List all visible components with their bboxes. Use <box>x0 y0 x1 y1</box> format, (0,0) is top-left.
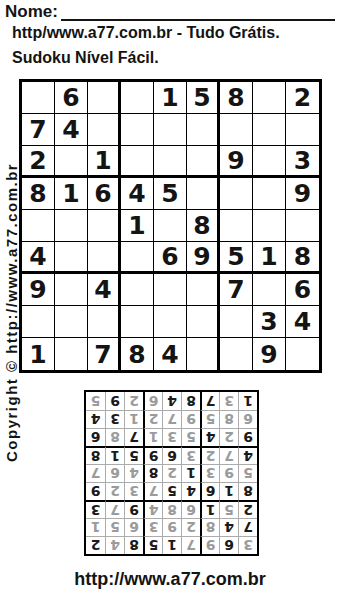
cell-r4c7[interactable] <box>220 178 253 210</box>
solution-cell-r7c3: 4 <box>200 428 219 446</box>
cell-r1c1[interactable] <box>22 82 55 114</box>
solution-cell-r8c7: 1 <box>124 410 143 428</box>
cell-r7c6[interactable] <box>187 274 220 306</box>
solution-cell-r5c2: 9 <box>219 464 238 482</box>
solution-cell-r5c8: 6 <box>105 464 124 482</box>
solution-cell-r6c8: 1 <box>105 446 124 464</box>
solution-cell-r4c9: 9 <box>86 482 105 500</box>
solution-cell-r7c5: 3 <box>162 428 181 446</box>
cell-r1c3[interactable] <box>88 82 121 114</box>
solution-cell-r7c6: 1 <box>143 428 162 446</box>
cell-r4c8[interactable] <box>253 178 286 210</box>
solution-cell-r3c7: 9 <box>124 500 143 518</box>
solution-cell-r5c9: 7 <box>86 464 105 482</box>
cell-r5c6[interactable]: 8 <box>187 210 220 242</box>
solution-cell-r8c9: 4 <box>86 410 105 428</box>
main-sudoku-grid: 615827421938164591846951894763417849 <box>19 79 322 373</box>
solution-cell-r7c2: 2 <box>219 428 238 446</box>
solution-cell-r3c2: 5 <box>219 500 238 518</box>
cell-r6c1[interactable]: 4 <box>22 242 55 274</box>
cell-r9c7[interactable] <box>220 338 253 370</box>
cell-r7c2[interactable] <box>55 274 88 306</box>
cell-r4c6[interactable] <box>187 178 220 210</box>
cell-r7c4[interactable] <box>121 274 154 306</box>
solution-cell-r5c6: 8 <box>143 464 162 482</box>
cell-r6c8[interactable]: 1 <box>253 242 286 274</box>
cell-r6c2[interactable] <box>55 242 88 274</box>
solution-cell-r9c5: 4 <box>162 392 181 410</box>
cell-r6c3[interactable] <box>88 242 121 274</box>
footer-url: http://www.a77.com.br <box>0 569 340 590</box>
solution-cell-r9c2: 3 <box>219 392 238 410</box>
solution-cell-r5c1: 5 <box>238 464 257 482</box>
solution-cell-r9c1: 1 <box>238 392 257 410</box>
cell-r5c2[interactable] <box>55 210 88 242</box>
cell-r1c4[interactable] <box>121 82 154 114</box>
cell-r4c2[interactable]: 1 <box>55 178 88 210</box>
cell-r9c4[interactable]: 8 <box>121 338 154 370</box>
cell-r4c9[interactable]: 9 <box>286 178 319 210</box>
solution-cell-r2c9: 1 <box>86 518 105 536</box>
cell-r5c4[interactable]: 1 <box>121 210 154 242</box>
solution-cell-r4c4: 4 <box>181 482 200 500</box>
cell-r9c2[interactable] <box>55 338 88 370</box>
solution-cell-r7c7: 7 <box>124 428 143 446</box>
solution-cell-r6c9: 8 <box>86 446 105 464</box>
name-label: Nome: <box>5 2 58 22</box>
solution-cell-r4c2: 1 <box>219 482 238 500</box>
solution-cell-r3c4: 6 <box>181 500 200 518</box>
cell-r8c7[interactable] <box>220 306 253 338</box>
solution-cell-r4c8: 2 <box>105 482 124 500</box>
solution-cell-r5c4: 1 <box>181 464 200 482</box>
cell-r4c3[interactable]: 6 <box>88 178 121 210</box>
solution-cell-r9c9: 5 <box>86 392 105 410</box>
cell-r8c1[interactable] <box>22 306 55 338</box>
cell-r3c4[interactable] <box>121 146 154 178</box>
solution-cell-r6c4: 3 <box>181 446 200 464</box>
cell-r2c8[interactable] <box>253 114 286 146</box>
cell-r8c9[interactable]: 4 <box>286 306 319 338</box>
solution-cell-r3c5: 8 <box>162 500 181 518</box>
solution-cell-r4c5: 5 <box>162 482 181 500</box>
solution-cell-r6c6: 9 <box>143 446 162 464</box>
solution-cell-r5c7: 4 <box>124 464 143 482</box>
cell-r9c5[interactable]: 4 <box>154 338 187 370</box>
cell-r1c9[interactable]: 2 <box>286 82 319 114</box>
site-header-text: http/www.a77.com.br - Tudo Grátis. <box>12 24 280 42</box>
solution-cell-r2c7: 6 <box>124 518 143 536</box>
cell-r6c9[interactable]: 8 <box>286 242 319 274</box>
solution-cell-r4c6: 7 <box>143 482 162 500</box>
cell-r8c4[interactable] <box>121 306 154 338</box>
solution-cell-r9c4: 8 <box>181 392 200 410</box>
name-blank-line <box>61 19 335 21</box>
solution-cell-r1c4: 7 <box>181 536 200 554</box>
cell-r2c5[interactable] <box>154 114 187 146</box>
cell-r1c5[interactable]: 1 <box>154 82 187 114</box>
solution-cell-r4c3: 6 <box>200 482 219 500</box>
cell-r3c6[interactable] <box>187 146 220 178</box>
cell-r7c3[interactable]: 4 <box>88 274 121 306</box>
solution-cell-r2c1: 7 <box>238 518 257 536</box>
page-title: Sudoku Nível Fácil. <box>12 49 159 67</box>
solution-cell-r8c5: 7 <box>162 410 181 428</box>
cell-r9c6[interactable] <box>187 338 220 370</box>
cell-r3c9[interactable]: 3 <box>286 146 319 178</box>
solution-cell-r9c8: 9 <box>105 392 124 410</box>
solution-cell-r5c3: 3 <box>200 464 219 482</box>
solution-cell-r3c9: 3 <box>86 500 105 518</box>
cell-r2c3[interactable] <box>88 114 121 146</box>
solution-cell-r9c7: 2 <box>124 392 143 410</box>
cell-r2c9[interactable] <box>286 114 319 146</box>
solution-cell-r9c6: 6 <box>143 392 162 410</box>
cell-r5c1[interactable] <box>22 210 55 242</box>
cell-r1c6[interactable]: 5 <box>187 82 220 114</box>
solution-cell-r6c2: 7 <box>219 446 238 464</box>
solution-cell-r9c3: 7 <box>200 392 219 410</box>
solution-cell-r7c1: 9 <box>238 428 257 446</box>
cell-r7c8[interactable] <box>253 274 286 306</box>
cell-r3c1[interactable]: 2 <box>22 146 55 178</box>
solution-cell-r7c8: 8 <box>105 428 124 446</box>
cell-r8c8[interactable]: 3 <box>253 306 286 338</box>
cell-r4c5[interactable]: 5 <box>154 178 187 210</box>
solution-cell-r7c9: 6 <box>86 428 105 446</box>
solution-cell-r4c1: 8 <box>238 482 257 500</box>
cell-r7c5[interactable] <box>154 274 187 306</box>
solution-cell-r3c6: 4 <box>143 500 162 518</box>
cell-r5c8[interactable] <box>253 210 286 242</box>
solution-cell-r3c1: 2 <box>238 500 257 518</box>
solution-cell-r6c1: 4 <box>238 446 257 464</box>
solution-cell-r8c4: 9 <box>181 410 200 428</box>
cell-r6c6[interactable]: 9 <box>187 242 220 274</box>
cell-r1c8[interactable] <box>253 82 286 114</box>
cell-r6c7[interactable]: 5 <box>220 242 253 274</box>
cell-r2c4[interactable] <box>121 114 154 146</box>
solution-cell-r8c2: 8 <box>219 410 238 428</box>
cell-r5c5[interactable] <box>154 210 187 242</box>
solution-cell-r2c6: 3 <box>143 518 162 536</box>
solution-cell-r2c8: 5 <box>105 518 124 536</box>
copyright-vertical-text: Copyright © http://www.a77.com.br <box>3 163 20 462</box>
solution-cell-r1c7: 8 <box>124 536 143 554</box>
cell-r2c7[interactable] <box>220 114 253 146</box>
solution-cell-r8c8: 3 <box>105 410 124 428</box>
solution-cell-r2c5: 9 <box>162 518 181 536</box>
cell-r4c4[interactable]: 4 <box>121 178 154 210</box>
solution-cell-r1c1: 3 <box>238 536 257 554</box>
cell-r5c7[interactable] <box>220 210 253 242</box>
cell-r7c7[interactable]: 7 <box>220 274 253 306</box>
solution-cell-r3c8: 7 <box>105 500 124 518</box>
cell-r2c1[interactable]: 7 <box>22 114 55 146</box>
solution-cell-r1c9: 2 <box>86 536 105 554</box>
cell-r1c7[interactable]: 8 <box>220 82 253 114</box>
solution-cell-r6c7: 5 <box>124 446 143 464</box>
solution-cell-r1c2: 6 <box>219 536 238 554</box>
cell-r5c3[interactable] <box>88 210 121 242</box>
cell-r8c2[interactable] <box>55 306 88 338</box>
cell-r9c9[interactable] <box>286 338 319 370</box>
cell-r5c9[interactable] <box>286 210 319 242</box>
cell-r3c3[interactable]: 1 <box>88 146 121 178</box>
cell-r7c9[interactable]: 6 <box>286 274 319 306</box>
solution-cell-r2c4: 2 <box>181 518 200 536</box>
cell-r7c1[interactable]: 9 <box>22 274 55 306</box>
solution-cell-r7c4: 5 <box>181 428 200 446</box>
solution-cell-r8c6: 2 <box>143 410 162 428</box>
solution-cell-r4c7: 3 <box>124 482 143 500</box>
cell-r9c1[interactable]: 1 <box>22 338 55 370</box>
name-row: Nome: <box>5 2 335 22</box>
cell-r6c5[interactable]: 6 <box>154 242 187 274</box>
solution-cell-r8c1: 6 <box>238 410 257 428</box>
cell-r8c6[interactable] <box>187 306 220 338</box>
cell-r1c2[interactable]: 6 <box>55 82 88 114</box>
cell-r8c5[interactable] <box>154 306 187 338</box>
solution-cell-r6c5: 6 <box>162 446 181 464</box>
cell-r9c3[interactable]: 7 <box>88 338 121 370</box>
solution-cell-r1c6: 5 <box>143 536 162 554</box>
solution-cell-r2c2: 4 <box>219 518 238 536</box>
cell-r9c8[interactable]: 9 <box>253 338 286 370</box>
cell-r8c3[interactable] <box>88 306 121 338</box>
solution-cell-r8c3: 5 <box>200 410 219 428</box>
cell-r4c1[interactable]: 8 <box>22 178 55 210</box>
cell-r3c2[interactable] <box>55 146 88 178</box>
solution-cell-r1c5: 1 <box>162 536 181 554</box>
cell-r3c8[interactable] <box>253 146 286 178</box>
cell-r6c4[interactable] <box>121 242 154 274</box>
cell-r3c5[interactable] <box>154 146 187 178</box>
cell-r2c2[interactable]: 4 <box>55 114 88 146</box>
solution-cell-r3c3: 1 <box>200 500 219 518</box>
solution-cell-r1c3: 9 <box>200 536 219 554</box>
solution-cell-r2c3: 8 <box>200 518 219 536</box>
cell-r2c6[interactable] <box>187 114 220 146</box>
solution-cell-r1c8: 4 <box>105 536 124 554</box>
solution-cell-r5c5: 2 <box>162 464 181 482</box>
cell-r3c7[interactable]: 9 <box>220 146 253 178</box>
solution-cell-r6c3: 2 <box>200 446 219 464</box>
solution-grid-rotated: 3697158427482936512516849738164573295931… <box>84 390 259 556</box>
